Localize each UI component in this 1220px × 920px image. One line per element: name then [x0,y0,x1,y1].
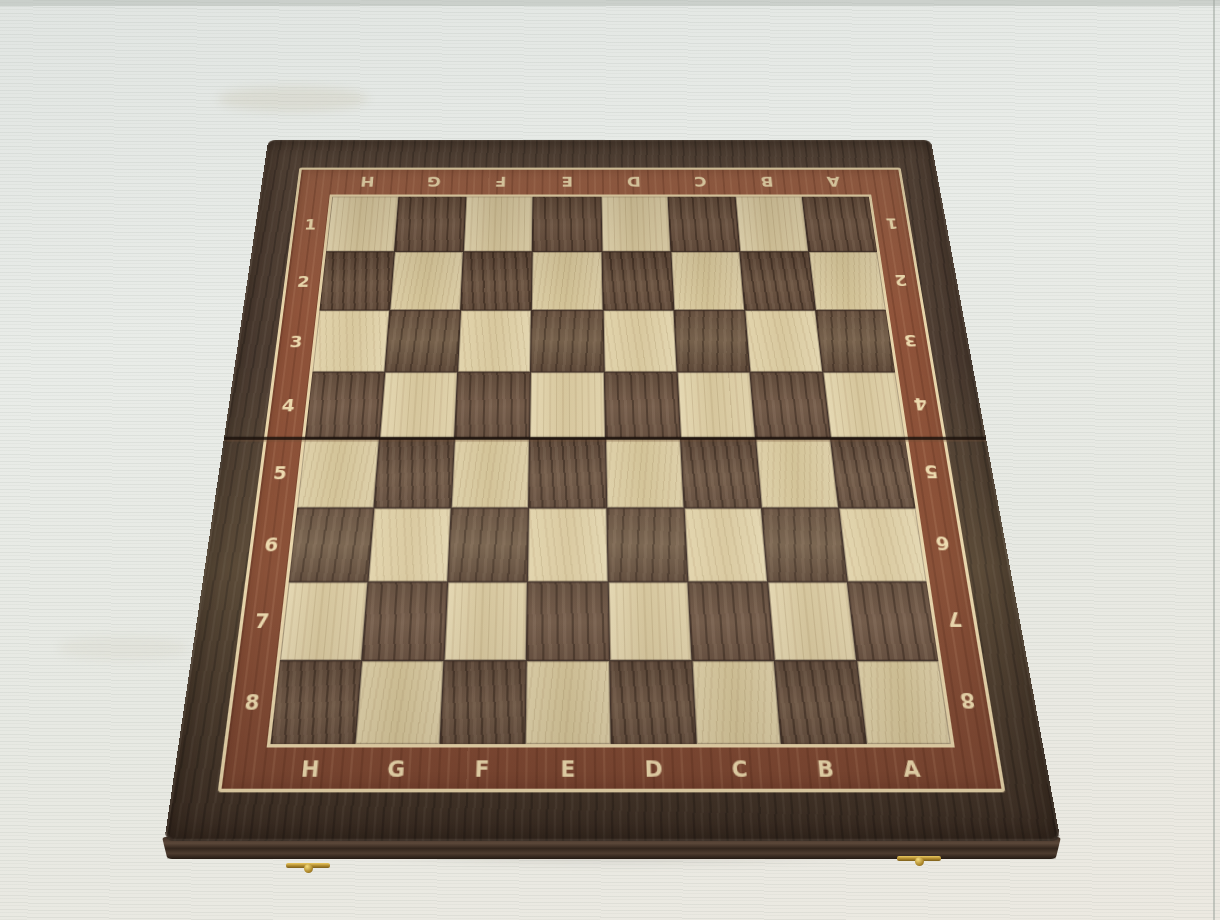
rank-label-left-3: 3 [275,311,316,373]
file-label-top-g: G [399,170,467,195]
file-label-top-h: H [332,170,401,195]
rank-label-left-2: 2 [283,252,323,311]
file-label-bottom-f: F [438,748,525,789]
file-label-top-f: F [466,170,533,195]
file-labels-bottom: HGFEDCBA [265,748,957,789]
board-perspective-scene: HGFEDCBA HGFEDCBA 12345678 12345678 [217,57,993,819]
file-labels-top: HGFEDCBA [332,170,868,195]
file-label-bottom-h: H [265,748,355,789]
file-label-bottom-a: A [866,748,957,789]
table-plank-joint [1213,0,1215,920]
inner-pinstripe [267,194,955,747]
file-label-bottom-e: E [525,748,612,789]
file-label-top-e: E [533,170,600,195]
file-label-top-b: B [732,170,801,195]
file-label-bottom-g: G [352,748,440,789]
table-plank-shadow-top [0,0,1220,6]
file-label-top-a: A [799,170,869,195]
file-label-bottom-d: D [611,748,698,789]
fold-seam [224,437,986,439]
chessboard: HGFEDCBA HGFEDCBA 12345678 12345678 [164,140,1061,841]
file-label-top-d: D [600,170,667,195]
rank-label-left-4: 4 [267,372,309,438]
file-label-bottom-b: B [781,748,871,789]
file-label-bottom-c: C [696,748,785,789]
file-label-top-c: C [666,170,734,195]
brass-hinge-right [897,856,941,861]
brass-hinge-left [286,863,330,868]
rank-label-left-1: 1 [291,197,329,252]
table-smudge [58,636,188,660]
